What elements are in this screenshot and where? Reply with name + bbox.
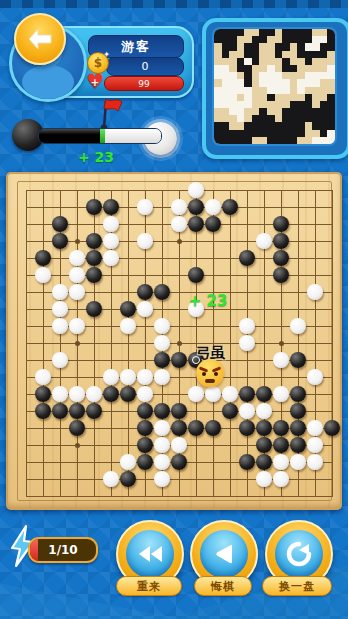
minimap-cell xyxy=(259,51,267,58)
minimap-cell xyxy=(229,101,237,108)
minimap-cell xyxy=(282,72,290,79)
minimap-cell xyxy=(214,72,222,79)
white-stone xyxy=(86,386,102,402)
minimap-cell xyxy=(252,79,260,86)
minimap-cell xyxy=(275,36,283,43)
heart-icon: ♥+ xyxy=(84,71,106,91)
minimap-cell xyxy=(237,87,245,94)
minimap-cell xyxy=(244,130,252,137)
white-stone xyxy=(154,318,170,334)
minimap-cell xyxy=(214,29,222,36)
white-stone xyxy=(137,199,153,215)
minimap-cell xyxy=(229,87,237,94)
white-stone xyxy=(239,403,255,419)
black-stone xyxy=(239,386,255,402)
minimap-cell xyxy=(305,36,313,43)
minimap-cell xyxy=(327,51,335,58)
minimap-cell xyxy=(252,115,260,122)
minimap-cell xyxy=(229,36,237,43)
minimap-cell xyxy=(327,130,335,137)
minimap-cell xyxy=(290,101,298,108)
white-stone xyxy=(154,437,170,453)
white-stone xyxy=(69,267,85,283)
minimap-cell xyxy=(275,130,283,137)
white-stone xyxy=(103,216,119,232)
minimap-cell xyxy=(229,115,237,122)
minimap-cell xyxy=(275,101,283,108)
minimap-cell xyxy=(244,79,252,86)
black-stone xyxy=(290,403,306,419)
minimap-cell xyxy=(312,108,320,115)
minimap-cell xyxy=(297,65,305,72)
star-point xyxy=(177,341,182,346)
minimap-cell xyxy=(305,58,313,65)
minimap-cell xyxy=(259,58,267,65)
minimap-cell xyxy=(259,79,267,86)
minimap-cell xyxy=(297,51,305,58)
minimap-cell xyxy=(297,58,305,65)
minimap-cell xyxy=(267,72,275,79)
minimap-cell xyxy=(237,58,245,65)
minimap-cell xyxy=(267,87,275,94)
black-stone xyxy=(69,420,85,436)
minimap-cell xyxy=(267,58,275,65)
white-stone xyxy=(239,335,255,351)
white-stone xyxy=(188,182,204,198)
minimap-cell xyxy=(305,51,313,58)
white-stone xyxy=(137,301,153,317)
star-point xyxy=(279,341,284,346)
minimap-cell xyxy=(305,108,313,115)
white-stone xyxy=(137,233,153,249)
white-stone xyxy=(52,301,68,317)
white-stone xyxy=(256,403,272,419)
minimap-cell xyxy=(214,51,222,58)
white-stone xyxy=(103,471,119,487)
black-stone xyxy=(273,233,289,249)
minimap-cell xyxy=(275,65,283,72)
minimap-cell xyxy=(229,79,237,86)
score-lead-text: + 23 xyxy=(58,149,134,165)
play-back-icon xyxy=(214,543,234,565)
white-stone xyxy=(69,386,85,402)
minimap-cell xyxy=(320,65,328,72)
black-stone xyxy=(137,403,153,419)
minimap-cell xyxy=(305,130,313,137)
back-arrow-icon xyxy=(27,28,53,50)
minimap-cell xyxy=(290,87,298,94)
coin-value: 0 xyxy=(106,57,184,76)
white-stone xyxy=(52,284,68,300)
black-stone xyxy=(171,403,187,419)
white-stone xyxy=(154,471,170,487)
white-stone xyxy=(154,420,170,436)
minimap-cell xyxy=(282,108,290,115)
minimap-cell xyxy=(320,101,328,108)
black-stone xyxy=(137,454,153,470)
minimap-cell xyxy=(282,87,290,94)
white-stone xyxy=(69,250,85,266)
minimap-cell xyxy=(297,101,305,108)
newgame-label: 换一盘 xyxy=(262,576,332,596)
minimap-cell xyxy=(229,58,237,65)
minimap-cell xyxy=(267,108,275,115)
minimap-cell xyxy=(320,29,328,36)
minimap-cell xyxy=(229,137,237,144)
minimap-cell xyxy=(229,94,237,101)
minimap-cell xyxy=(312,79,320,86)
black-stone xyxy=(273,437,289,453)
minimap-cell xyxy=(282,36,290,43)
minimap-cell xyxy=(214,130,222,137)
minimap-cell xyxy=(297,79,305,86)
white-stone xyxy=(137,386,153,402)
black-stone xyxy=(52,233,68,249)
white-stone xyxy=(273,386,289,402)
minimap-cell xyxy=(320,36,328,43)
white-stone xyxy=(307,284,323,300)
minimap-cell xyxy=(267,115,275,122)
black-stone xyxy=(273,250,289,266)
minimap-cell xyxy=(267,94,275,101)
minimap-cell xyxy=(275,72,283,79)
minimap-cell xyxy=(305,115,313,122)
minimap-cell xyxy=(275,79,283,86)
black-stone xyxy=(137,437,153,453)
minimap-cell xyxy=(252,36,260,43)
minimap-cell xyxy=(282,94,290,101)
star-point xyxy=(75,443,80,448)
black-stone xyxy=(256,386,272,402)
black-stone xyxy=(171,454,187,470)
minimap-cell xyxy=(327,72,335,79)
minimap-cell xyxy=(275,137,283,144)
black-stone xyxy=(239,454,255,470)
minimap-cell xyxy=(237,108,245,115)
minimap-cell xyxy=(290,43,298,50)
minimap-cell xyxy=(222,108,230,115)
black-stone xyxy=(120,301,136,317)
minimap-cell xyxy=(312,94,320,101)
minimap-cell xyxy=(327,43,335,50)
minimap-cell xyxy=(320,115,328,122)
black-stone xyxy=(86,301,102,317)
minimap-cell xyxy=(214,94,222,101)
white-stone xyxy=(273,471,289,487)
minimap-cell xyxy=(237,122,245,129)
minimap-cell xyxy=(320,108,328,115)
minimap-cell xyxy=(229,65,237,72)
black-stone xyxy=(52,216,68,232)
emoji-eye xyxy=(202,372,206,376)
black-stone xyxy=(256,454,272,470)
undo-label: 悔棋 xyxy=(194,576,252,596)
black-stone xyxy=(222,403,238,419)
white-stone xyxy=(307,437,323,453)
minimap-cell xyxy=(252,72,260,79)
minimap-cell xyxy=(297,87,305,94)
black-stone xyxy=(103,199,119,215)
minimap-cell xyxy=(244,51,252,58)
minimap-cell xyxy=(222,79,230,86)
attempt-counter: 1/10 xyxy=(28,537,98,563)
white-stone xyxy=(120,318,136,334)
minimap-cell xyxy=(320,58,328,65)
minimap-cell xyxy=(327,101,335,108)
minimap-cell xyxy=(244,87,252,94)
white-stone xyxy=(52,318,68,334)
minimap-cell xyxy=(282,115,290,122)
minimap-cell xyxy=(214,108,222,115)
minimap-cell xyxy=(320,72,328,79)
minimap-cell xyxy=(259,122,267,129)
minimap-cell xyxy=(267,43,275,50)
minimap-cell xyxy=(244,65,252,72)
white-stone xyxy=(103,233,119,249)
black-stone xyxy=(239,420,255,436)
hearts-value: 99 xyxy=(104,76,184,91)
rewind-icon xyxy=(137,544,163,564)
white-stone xyxy=(256,471,272,487)
black-stone xyxy=(324,420,340,436)
minimap-cell xyxy=(244,36,252,43)
minimap-cell xyxy=(259,87,267,94)
minimap-cell xyxy=(305,72,313,79)
black-stone xyxy=(290,420,306,436)
black-stone xyxy=(103,386,119,402)
minimap-cell xyxy=(320,43,328,50)
white-stone xyxy=(273,352,289,368)
minimap-cell xyxy=(290,58,298,65)
minimap-cell xyxy=(327,29,335,36)
minimap-cell xyxy=(244,115,252,122)
black-stone xyxy=(256,420,272,436)
black-stone xyxy=(86,403,102,419)
white-stone xyxy=(52,352,68,368)
minimap-cell xyxy=(244,108,252,115)
minimap-cell xyxy=(290,130,298,137)
minimap-cell xyxy=(320,51,328,58)
minimap-cell xyxy=(267,137,275,144)
black-stone xyxy=(154,403,170,419)
minimap-grid xyxy=(212,27,337,146)
minimap-cell xyxy=(282,65,290,72)
minimap-cell xyxy=(259,72,267,79)
minimap-cell xyxy=(290,137,298,144)
minimap-cell xyxy=(237,43,245,50)
minimap-cell xyxy=(275,29,283,36)
minimap-cell xyxy=(312,122,320,129)
minimap-cell xyxy=(282,58,290,65)
minimap-cell xyxy=(320,87,328,94)
black-stone xyxy=(290,352,306,368)
minimap-cell xyxy=(214,115,222,122)
minimap-cell xyxy=(327,36,335,43)
black-stone xyxy=(171,420,187,436)
minimap-cell xyxy=(305,122,313,129)
black-stone xyxy=(222,199,238,215)
angry-emoji-face-icon xyxy=(196,359,224,387)
minimap-cell xyxy=(297,29,305,36)
minimap-cell xyxy=(222,115,230,122)
black-stone xyxy=(35,403,51,419)
minimap-cell xyxy=(267,36,275,43)
minimap-cell xyxy=(305,101,313,108)
white-stone xyxy=(120,369,136,385)
minimap-cell xyxy=(320,79,328,86)
minimap-cell xyxy=(312,115,320,122)
restart-button-inner xyxy=(126,530,174,578)
black-stone xyxy=(137,284,153,300)
minimap-cell xyxy=(312,58,320,65)
minimap-cell xyxy=(252,122,260,129)
minimap-cell xyxy=(237,36,245,43)
white-stone xyxy=(154,454,170,470)
minimap-cell xyxy=(267,130,275,137)
black-stone xyxy=(35,386,51,402)
white-stone xyxy=(69,318,85,334)
minimap-cell xyxy=(214,58,222,65)
minimap-cell xyxy=(259,130,267,137)
minimap-cell xyxy=(327,58,335,65)
black-stone xyxy=(239,250,255,266)
white-stone xyxy=(137,369,153,385)
minimap-cell xyxy=(297,108,305,115)
back-button[interactable] xyxy=(14,13,66,65)
minimap-cell xyxy=(312,43,320,50)
minimap-cell xyxy=(222,29,230,36)
minimap-cell xyxy=(229,108,237,115)
minimap-cell xyxy=(305,94,313,101)
black-stone xyxy=(290,386,306,402)
black-stone xyxy=(137,420,153,436)
minimap-cell xyxy=(259,36,267,43)
white-stone xyxy=(273,454,289,470)
score-bar-white-segment xyxy=(105,129,161,143)
minimap-cell xyxy=(267,122,275,129)
minimap-cell xyxy=(252,130,260,137)
minimap-cell xyxy=(312,130,320,137)
white-stone xyxy=(154,369,170,385)
minimap-cell xyxy=(327,108,335,115)
white-stone xyxy=(171,437,187,453)
white-stone xyxy=(171,199,187,215)
minimap-cell xyxy=(275,43,283,50)
minimap-cell xyxy=(214,79,222,86)
minimap-cell xyxy=(229,29,237,36)
minimap-cell xyxy=(252,58,260,65)
black-stone xyxy=(35,250,51,266)
minimap-cell xyxy=(297,72,305,79)
black-stone xyxy=(120,471,136,487)
white-stone xyxy=(35,267,51,283)
minimap-cell xyxy=(290,51,298,58)
minimap-cell xyxy=(320,94,328,101)
minimap-cell xyxy=(305,79,313,86)
white-stone xyxy=(103,369,119,385)
black-stone xyxy=(256,437,272,453)
minimap-cell xyxy=(282,101,290,108)
score-balance-bar xyxy=(38,128,162,144)
minimap-cell xyxy=(237,137,245,144)
minimap-cell xyxy=(222,137,230,144)
minimap-cell xyxy=(259,29,267,36)
minimap-cell xyxy=(282,79,290,86)
minimap-cell xyxy=(252,29,260,36)
minimap-cell xyxy=(259,65,267,72)
minimap-cell xyxy=(282,43,290,50)
white-stone xyxy=(239,318,255,334)
minimap-cell xyxy=(237,65,245,72)
minimap-cell xyxy=(267,65,275,72)
minimap-cell xyxy=(252,51,260,58)
black-stone xyxy=(86,233,102,249)
minimap-cell xyxy=(275,108,283,115)
minimap-cell xyxy=(259,94,267,101)
black-stone xyxy=(290,437,306,453)
minimap-cell xyxy=(297,115,305,122)
minimap-cell xyxy=(267,29,275,36)
minimap-cell xyxy=(222,94,230,101)
minimap-cell xyxy=(312,51,320,58)
minimap-cell xyxy=(327,79,335,86)
white-stone xyxy=(307,420,323,436)
minimap-cell xyxy=(297,94,305,101)
minimap-cell xyxy=(222,101,230,108)
minimap-cell xyxy=(252,43,260,50)
minimap-cell xyxy=(244,72,252,79)
minimap-cell xyxy=(237,51,245,58)
white-stone xyxy=(171,216,187,232)
minimap-cell xyxy=(222,87,230,94)
minimap-cell xyxy=(244,94,252,101)
minimap-cell xyxy=(312,29,320,36)
minimap-cell xyxy=(259,101,267,108)
minimap-cell xyxy=(312,72,320,79)
minimap-cell xyxy=(222,36,230,43)
minimap-cell xyxy=(229,51,237,58)
white-stone xyxy=(52,386,68,402)
refresh-icon xyxy=(286,541,312,567)
white-stone xyxy=(35,369,51,385)
minimap-cell xyxy=(237,79,245,86)
minimap-cell xyxy=(320,122,328,129)
minimap-cell xyxy=(214,101,222,108)
black-stone xyxy=(188,199,204,215)
minimap-cell xyxy=(229,130,237,137)
minimap-cell xyxy=(312,87,320,94)
minimap-cell xyxy=(320,130,328,137)
minimap-cell xyxy=(244,43,252,50)
minimap-cell xyxy=(275,122,283,129)
minimap-cell xyxy=(214,137,222,144)
minimap-cell xyxy=(327,87,335,94)
emoji-eye xyxy=(214,372,218,376)
minimap-cell xyxy=(252,87,260,94)
minimap-cell xyxy=(327,115,335,122)
minimap-cell xyxy=(297,36,305,43)
minimap-cell xyxy=(290,79,298,86)
black-stone xyxy=(188,267,204,283)
go-board[interactable]: + 23 弓虽 xyxy=(6,172,342,510)
black-stone xyxy=(120,386,136,402)
minimap-cell xyxy=(305,43,313,50)
minimap-cell xyxy=(214,65,222,72)
minimap-cell xyxy=(312,65,320,72)
territory-minimap[interactable] xyxy=(202,18,348,159)
minimap-cell xyxy=(327,122,335,129)
score-bar-black-segment xyxy=(39,129,100,143)
